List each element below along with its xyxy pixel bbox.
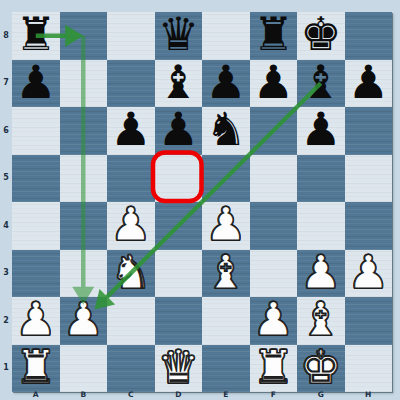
square-h2[interactable]: [345, 297, 393, 345]
file-label-f: F: [250, 391, 298, 399]
piece-white-pawn-b2[interactable]: ♟: [60, 297, 108, 345]
square-f3[interactable]: [250, 250, 298, 298]
square-b1[interactable]: [60, 345, 108, 393]
piece-white-pawn-h3[interactable]: ♟: [345, 250, 393, 298]
square-g4[interactable]: [297, 202, 345, 250]
square-c2[interactable]: [107, 297, 155, 345]
piece-black-pawn-f7[interactable]: ♟: [250, 60, 298, 108]
square-b6[interactable]: [60, 107, 108, 155]
piece-black-pawn-e7[interactable]: ♟: [202, 60, 250, 108]
piece-black-knight-e6[interactable]: ♞: [202, 107, 250, 155]
square-c7[interactable]: [107, 60, 155, 108]
square-e1[interactable]: [202, 345, 250, 393]
piece-black-bishop-d7[interactable]: ♝: [155, 60, 203, 108]
piece-white-pawn-g3[interactable]: ♟: [297, 250, 345, 298]
piece-black-pawn-g6[interactable]: ♟: [297, 107, 345, 155]
square-d5[interactable]: [155, 155, 203, 203]
square-a6[interactable]: [12, 107, 60, 155]
rank-label-8: 8: [0, 32, 12, 40]
square-b5[interactable]: [60, 155, 108, 203]
file-label-g: G: [297, 391, 345, 399]
piece-black-bishop-g7[interactable]: ♝: [297, 60, 345, 108]
piece-black-rook-a8[interactable]: ♜: [12, 12, 60, 60]
piece-black-pawn-a7[interactable]: ♟: [12, 60, 60, 108]
square-d2[interactable]: [155, 297, 203, 345]
file-label-b: B: [60, 391, 108, 399]
rank-label-5: 5: [0, 174, 12, 182]
square-b3[interactable]: [60, 250, 108, 298]
chess-board-screenshot: ♜♛♜♚♟♝♟♟♝♟♟♟♞♟♟♟♞♝♟♟♟♟♟♝♜♛♜♚ 87654321 AB…: [0, 0, 400, 400]
square-b8[interactable]: [60, 12, 108, 60]
square-h8[interactable]: [345, 12, 393, 60]
piece-white-rook-f1[interactable]: ♜: [250, 345, 298, 393]
piece-black-pawn-h7[interactable]: ♟: [345, 60, 393, 108]
piece-white-pawn-f2[interactable]: ♟: [250, 297, 298, 345]
piece-black-queen-d8[interactable]: ♛: [155, 12, 203, 60]
piece-white-pawn-a2[interactable]: ♟: [12, 297, 60, 345]
piece-black-king-g8[interactable]: ♚: [297, 12, 345, 60]
piece-white-king-g1[interactable]: ♚: [297, 345, 345, 393]
square-a5[interactable]: [12, 155, 60, 203]
square-h5[interactable]: [345, 155, 393, 203]
rank-label-2: 2: [0, 317, 12, 325]
square-d3[interactable]: [155, 250, 203, 298]
file-label-d: D: [155, 391, 203, 399]
piece-black-pawn-d6[interactable]: ♟: [155, 107, 203, 155]
file-label-h: H: [345, 391, 393, 399]
piece-white-queen-d1[interactable]: ♛: [155, 345, 203, 393]
piece-white-bishop-g2[interactable]: ♝: [297, 297, 345, 345]
chess-board: ♜♛♜♚♟♝♟♟♝♟♟♟♞♟♟♟♞♝♟♟♟♟♟♝♜♛♜♚: [12, 12, 392, 392]
rank-label-1: 1: [0, 364, 12, 372]
square-e5[interactable]: [202, 155, 250, 203]
square-a3[interactable]: [12, 250, 60, 298]
file-label-c: C: [107, 391, 155, 399]
rank-label-7: 7: [0, 79, 12, 87]
piece-white-bishop-e3[interactable]: ♝: [202, 250, 250, 298]
piece-white-knight-c3[interactable]: ♞: [107, 250, 155, 298]
square-f4[interactable]: [250, 202, 298, 250]
square-c5[interactable]: [107, 155, 155, 203]
square-e8[interactable]: [202, 12, 250, 60]
rank-label-6: 6: [0, 127, 12, 135]
square-f6[interactable]: [250, 107, 298, 155]
square-b4[interactable]: [60, 202, 108, 250]
square-d4[interactable]: [155, 202, 203, 250]
square-g5[interactable]: [297, 155, 345, 203]
square-b7[interactable]: [60, 60, 108, 108]
square-f5[interactable]: [250, 155, 298, 203]
file-label-e: E: [202, 391, 250, 399]
piece-white-pawn-e4[interactable]: ♟: [202, 202, 250, 250]
file-label-a: A: [12, 391, 60, 399]
square-h4[interactable]: [345, 202, 393, 250]
piece-white-rook-a1[interactable]: ♜: [12, 345, 60, 393]
square-h1[interactable]: [345, 345, 393, 393]
square-a4[interactable]: [12, 202, 60, 250]
square-h6[interactable]: [345, 107, 393, 155]
square-c8[interactable]: [107, 12, 155, 60]
piece-black-pawn-c6[interactable]: ♟: [107, 107, 155, 155]
square-c1[interactable]: [107, 345, 155, 393]
rank-label-4: 4: [0, 222, 12, 230]
rank-label-3: 3: [0, 269, 12, 277]
piece-white-pawn-c4[interactable]: ♟: [107, 202, 155, 250]
piece-black-rook-f8[interactable]: ♜: [250, 12, 298, 60]
square-e2[interactable]: [202, 297, 250, 345]
